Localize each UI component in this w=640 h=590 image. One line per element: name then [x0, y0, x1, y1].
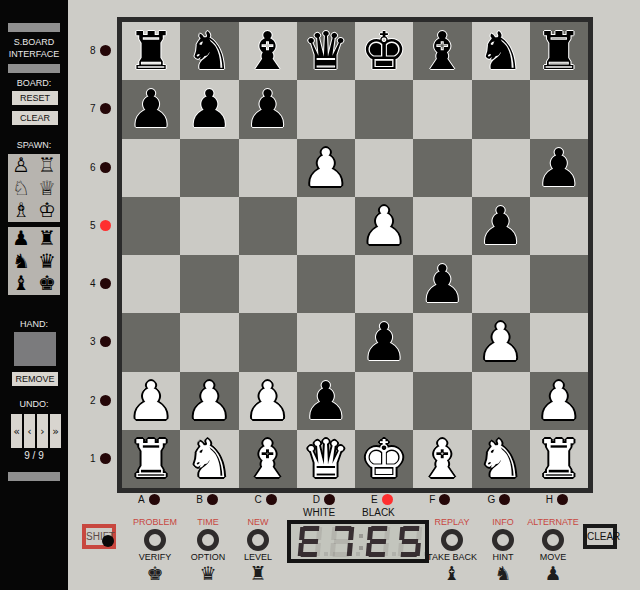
square-b2[interactable]: ♟	[180, 372, 238, 430]
rank-led-7	[100, 103, 111, 114]
square-b4[interactable]	[180, 255, 238, 313]
white-pawn-g3: ♟	[477, 316, 524, 368]
file-item-F: F	[429, 494, 450, 505]
spawn-black-king[interactable]: ♚	[34, 272, 60, 295]
black-pawn-a7: ♟	[128, 83, 175, 135]
square-d3[interactable]	[297, 313, 355, 371]
square-c1[interactable]: ♝	[239, 430, 297, 488]
file-led-E-lit	[382, 494, 393, 505]
square-g1[interactable]: ♞	[472, 430, 530, 488]
spawn-white-knight[interactable]: ♘	[8, 177, 34, 200]
undo-back-button[interactable]: ‹	[24, 414, 35, 448]
file-led-B	[207, 494, 218, 505]
square-b1[interactable]: ♞	[180, 430, 238, 488]
app-title: S.BOARD INTERFACE	[0, 36, 68, 60]
square-a1[interactable]: ♜	[122, 430, 180, 488]
rank-row-7: 7	[90, 103, 111, 114]
square-g5[interactable]: ♟	[472, 197, 530, 255]
rank-led-5-lit	[100, 220, 111, 231]
rank-led-4	[100, 278, 111, 289]
lcd-digit-3-E	[366, 526, 391, 557]
rank-led-6	[100, 162, 111, 173]
lcd-digit-2-7	[330, 526, 355, 557]
spawn-black-knight[interactable]: ♞	[8, 250, 34, 273]
black-pawn-d2: ♟	[303, 375, 350, 427]
chess-board: ♜♞♝♛♚♝♞♜♟♟♟♟♟♟♟♟♟♟♟♟♟♟♟♜♞♝♛♚♝♞♜	[117, 17, 593, 493]
white-pawn-c2: ♟	[244, 375, 291, 427]
square-g8[interactable]: ♞	[472, 22, 530, 80]
square-f2[interactable]	[413, 372, 471, 430]
white-pawn-b2: ♟	[186, 375, 233, 427]
lcd-colon-dot-1	[359, 534, 363, 538]
rank-led-8	[100, 45, 111, 56]
black-pawn-c7: ♟	[244, 83, 291, 135]
rank-row-1: 1	[90, 453, 111, 464]
file-label-B: B	[196, 494, 203, 505]
rank-label-8: 8	[90, 45, 96, 56]
square-c3[interactable]	[239, 313, 297, 371]
button-group-move: ALTERNATEMOVE♟	[518, 517, 588, 583]
rank-label-2: 2	[90, 395, 96, 406]
square-g3[interactable]: ♟	[472, 313, 530, 371]
hand-section-label: HAND:	[0, 319, 68, 329]
clear-board-button[interactable]: CLEAR	[12, 111, 58, 125]
square-h6[interactable]: ♟	[530, 139, 588, 197]
square-c4[interactable]	[239, 255, 297, 313]
spawn-black-bishop[interactable]: ♝	[8, 272, 34, 295]
file-label-C: C	[255, 494, 262, 505]
file-item-E: E	[371, 494, 393, 505]
square-h3[interactable]	[530, 313, 588, 371]
square-f1[interactable]: ♝	[413, 430, 471, 488]
rank-label-1: 1	[90, 453, 96, 464]
white-knight-g1: ♞	[477, 433, 524, 485]
file-led-F	[439, 494, 450, 505]
file-label-G: G	[488, 494, 496, 505]
file-label-F: F	[429, 494, 435, 505]
spawn-panel-black: ♟♜♞♛♝♚	[8, 227, 60, 295]
white-side-label: WHITE	[303, 507, 335, 518]
rank-led-1	[100, 453, 111, 464]
square-e3[interactable]: ♟	[355, 313, 413, 371]
white-queen-d1: ♛	[303, 433, 350, 485]
square-h5[interactable]	[530, 197, 588, 255]
square-a4[interactable]	[122, 255, 180, 313]
board-section-label: BOARD:	[0, 78, 68, 88]
square-h8[interactable]: ♜	[530, 22, 588, 80]
rank-label-4: 4	[90, 278, 96, 289]
black-bishop-f8: ♝	[419, 25, 466, 77]
rook-icon: ♜	[223, 563, 293, 583]
rank-led-3	[100, 336, 111, 347]
white-bishop-c1: ♝	[244, 433, 291, 485]
square-h7[interactable]	[530, 80, 588, 138]
pawn-icon: ♟	[518, 563, 588, 583]
chessboard-interface-app: S.BOARD INTERFACE BOARD: RESET CLEAR SPA…	[0, 0, 640, 590]
square-a5[interactable]	[122, 197, 180, 255]
square-e5[interactable]: ♟	[355, 197, 413, 255]
square-a3[interactable]	[122, 313, 180, 371]
white-pawn-h2: ♟	[536, 375, 583, 427]
black-rook-a8: ♜	[128, 25, 175, 77]
square-g2[interactable]	[472, 372, 530, 430]
remove-button[interactable]: REMOVE	[12, 372, 58, 386]
app-title-line2: INTERFACE	[0, 48, 68, 60]
square-g7[interactable]	[472, 80, 530, 138]
square-b5[interactable]	[180, 197, 238, 255]
file-label-D: D	[313, 494, 320, 505]
square-e1[interactable]: ♚	[355, 430, 413, 488]
lcd-decimal-point-1	[324, 552, 328, 556]
file-item-D: D	[313, 494, 335, 505]
sidebar-divider-bottom	[8, 472, 60, 481]
take-back-button[interactable]	[441, 529, 463, 551]
file-label-E: E	[371, 494, 378, 505]
rank-row-6: 6	[90, 162, 111, 173]
file-item-B: B	[196, 494, 218, 505]
square-f3[interactable]	[413, 313, 471, 371]
lcd-decimal-point-3	[392, 552, 396, 556]
white-king-e1: ♚	[361, 433, 408, 485]
spawn-black-pawn[interactable]: ♟	[8, 227, 34, 250]
white-rook-h1: ♜	[536, 433, 583, 485]
redo-forward-button[interactable]: ›	[37, 414, 48, 448]
square-c6[interactable]	[239, 139, 297, 197]
rank-label-5: 5	[90, 220, 96, 231]
square-d2[interactable]: ♟	[297, 372, 355, 430]
spawn-black-queen[interactable]: ♛	[34, 250, 60, 273]
rank-label-6: 6	[90, 162, 96, 173]
file-label-H: H	[546, 494, 553, 505]
spawn-white-king[interactable]: ♔	[34, 199, 60, 222]
square-c2[interactable]: ♟	[239, 372, 297, 430]
sidebar: S.BOARD INTERFACE BOARD: RESET CLEAR SPA…	[0, 0, 68, 590]
app-title-line1: S.BOARD	[0, 36, 68, 48]
shift-function-label-new: NEW	[223, 517, 293, 528]
file-led-G	[499, 494, 510, 505]
shift-function-label-alternate: ALTERNATE	[518, 517, 588, 528]
square-f6[interactable]	[413, 139, 471, 197]
lcd-display	[287, 520, 429, 563]
rank-label-3: 3	[90, 336, 96, 347]
black-queen-d8: ♛	[303, 25, 350, 77]
file-item-G: G	[488, 494, 511, 505]
rank-row-5: 5	[90, 220, 111, 231]
square-c8[interactable]: ♝	[239, 22, 297, 80]
square-b3[interactable]	[180, 313, 238, 371]
hint-button[interactable]	[492, 529, 514, 551]
lcd-decimal-point-2	[356, 552, 360, 556]
rank-row-3: 3	[90, 336, 111, 347]
spawn-white-queen[interactable]: ♕	[34, 177, 60, 200]
file-led-H	[557, 494, 568, 505]
undo-section-label: UNDO:	[0, 399, 68, 409]
level-button[interactable]	[247, 529, 269, 551]
black-pawn-h6: ♟	[536, 142, 583, 194]
rank-label-7: 7	[90, 103, 96, 114]
black-knight-b8: ♞	[186, 25, 233, 77]
square-e8[interactable]: ♚	[355, 22, 413, 80]
file-led-C	[266, 494, 277, 505]
square-d4[interactable]	[297, 255, 355, 313]
square-d7[interactable]	[297, 80, 355, 138]
spawn-white-rook[interactable]: ♖	[34, 154, 60, 177]
undo-first-button[interactable]: «	[11, 414, 22, 448]
white-knight-b1: ♞	[186, 433, 233, 485]
rank-led-2	[100, 395, 111, 406]
square-b6[interactable]	[180, 139, 238, 197]
square-h1[interactable]: ♜	[530, 430, 588, 488]
black-knight-g8: ♞	[477, 25, 524, 77]
option-button[interactable]	[197, 529, 219, 551]
file-item-C: C	[255, 494, 277, 505]
file-led-D	[324, 494, 335, 505]
square-f7[interactable]	[413, 80, 471, 138]
spawn-section-label: SPAWN:	[0, 140, 68, 150]
square-g4[interactable]	[472, 255, 530, 313]
white-rook-a1: ♜	[128, 433, 175, 485]
undo-controls: «‹›»	[11, 414, 61, 448]
black-rook-h8: ♜	[536, 25, 583, 77]
reset-board-button[interactable]: RESET	[12, 91, 58, 105]
square-g6[interactable]	[472, 139, 530, 197]
square-d8[interactable]: ♛	[297, 22, 355, 80]
black-pawn-g5: ♟	[477, 200, 524, 252]
button-group-level: NEWLEVEL♜	[223, 517, 293, 583]
hand-tray[interactable]	[14, 332, 56, 366]
spawn-black-rook[interactable]: ♜	[34, 227, 60, 250]
square-f8[interactable]: ♝	[413, 22, 471, 80]
file-item-H: H	[546, 494, 568, 505]
black-bishop-c8: ♝	[244, 25, 291, 77]
board-grid: ♜♞♝♛♚♝♞♜♟♟♟♟♟♟♟♟♟♟♟♟♟♟♟♜♞♝♛♚♝♞♜	[122, 22, 588, 488]
shift-indicator-dot	[102, 535, 114, 547]
lcd-colon-dot-2	[359, 546, 363, 550]
square-e2[interactable]	[355, 372, 413, 430]
redo-last-button[interactable]: »	[50, 414, 61, 448]
spawn-panel-white: ♙♖♘♕♗♔	[8, 154, 60, 222]
clear-display-button[interactable]: CLEAR	[583, 524, 617, 549]
white-pawn-e5: ♟	[361, 200, 408, 252]
clear-display-label: CLEAR	[587, 531, 620, 542]
square-h2[interactable]: ♟	[530, 372, 588, 430]
square-b8[interactable]: ♞	[180, 22, 238, 80]
black-pawn-f4: ♟	[419, 258, 466, 310]
square-c5[interactable]	[239, 197, 297, 255]
white-pawn-d6: ♟	[303, 142, 350, 194]
sidebar-divider-2	[8, 64, 60, 73]
file-led-A	[149, 494, 160, 505]
white-pawn-a2: ♟	[128, 375, 175, 427]
spawn-white-bishop[interactable]: ♗	[8, 199, 34, 222]
file-label-A: A	[138, 494, 145, 505]
square-d6[interactable]: ♟	[297, 139, 355, 197]
black-pawn-b7: ♟	[186, 83, 233, 135]
square-e6[interactable]	[355, 139, 413, 197]
rank-row-8: 8	[90, 45, 111, 56]
square-e7[interactable]	[355, 80, 413, 138]
file-item-A: A	[138, 494, 160, 505]
lcd-decimal-point-4	[424, 552, 428, 556]
lcd-digit-4-5	[398, 526, 423, 557]
square-a2[interactable]: ♟	[122, 372, 180, 430]
black-pawn-e3: ♟	[361, 316, 408, 368]
undo-counter: 9 / 9	[0, 450, 68, 461]
lcd-digit-1-E	[298, 526, 323, 557]
black-king-e8: ♚	[361, 25, 408, 77]
rank-row-4: 4	[90, 278, 111, 289]
square-a7[interactable]: ♟	[122, 80, 180, 138]
square-a8[interactable]: ♜	[122, 22, 180, 80]
square-c7[interactable]: ♟	[239, 80, 297, 138]
square-b7[interactable]: ♟	[180, 80, 238, 138]
square-f5[interactable]	[413, 197, 471, 255]
square-f4[interactable]: ♟	[413, 255, 471, 313]
black-side-label: BLACK	[362, 507, 395, 518]
square-a6[interactable]	[122, 139, 180, 197]
square-h4[interactable]	[530, 255, 588, 313]
move-button[interactable]	[542, 529, 564, 551]
square-d1[interactable]: ♛	[297, 430, 355, 488]
rank-row-2: 2	[90, 395, 111, 406]
white-bishop-f1: ♝	[419, 433, 466, 485]
shift-button[interactable]: SHIFT	[82, 524, 116, 549]
spawn-white-pawn[interactable]: ♙	[8, 154, 34, 177]
square-e4[interactable]	[355, 255, 413, 313]
square-d5[interactable]	[297, 197, 355, 255]
sidebar-divider-top	[8, 23, 60, 32]
verify-button[interactable]	[144, 529, 166, 551]
